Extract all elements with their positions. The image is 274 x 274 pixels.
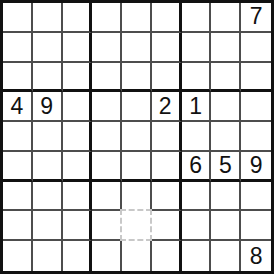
cell-r3c7[interactable]: [182, 63, 212, 93]
cell-r2c7[interactable]: [182, 33, 212, 63]
cell-r4c5[interactable]: [122, 92, 152, 122]
cell-r2c8[interactable]: [211, 33, 241, 63]
cell-r7c5[interactable]: [122, 182, 152, 212]
cell-r3c6[interactable]: [152, 63, 182, 93]
cell-r4c1[interactable]: 4: [3, 92, 33, 122]
cell-r7c8[interactable]: [211, 182, 241, 212]
cell-r8c4[interactable]: [92, 211, 122, 241]
cell-r4c4[interactable]: [92, 92, 122, 122]
cell-r5c7[interactable]: [182, 122, 212, 152]
cell-r5c4[interactable]: [92, 122, 122, 152]
cell-r6c1[interactable]: [3, 152, 33, 182]
cell-r1c2[interactable]: [33, 3, 63, 33]
cell-r5c9[interactable]: [241, 122, 271, 152]
cell-r2c3[interactable]: [63, 33, 93, 63]
cell-r9c6[interactable]: [152, 241, 182, 271]
cell-r8c6[interactable]: [152, 211, 182, 241]
cell-r4c6[interactable]: 2: [152, 92, 182, 122]
cell-r1c4[interactable]: [92, 3, 122, 33]
cell-r8c9[interactable]: [241, 211, 271, 241]
cell-r7c9[interactable]: [241, 182, 271, 212]
cell-r8c3[interactable]: [63, 211, 93, 241]
cell-r7c2[interactable]: [33, 182, 63, 212]
cell-r3c8[interactable]: [211, 63, 241, 93]
cell-r2c9[interactable]: [241, 33, 271, 63]
cell-r8c8[interactable]: [211, 211, 241, 241]
cell-r1c3[interactable]: [63, 3, 93, 33]
cell-r4c2[interactable]: 9: [33, 92, 63, 122]
cell-r1c7[interactable]: [182, 3, 212, 33]
cell-r9c5[interactable]: [122, 241, 152, 271]
cell-r5c5[interactable]: [122, 122, 152, 152]
cell-r4c7[interactable]: 1: [182, 92, 212, 122]
cell-r2c4[interactable]: [92, 33, 122, 63]
cell-r9c9[interactable]: 8: [241, 241, 271, 271]
cell-r5c2[interactable]: [33, 122, 63, 152]
cell-r2c2[interactable]: [33, 33, 63, 63]
cell-r7c1[interactable]: [3, 182, 33, 212]
cell-r9c7[interactable]: [182, 241, 212, 271]
cell-r5c8[interactable]: [211, 122, 241, 152]
cell-r5c6[interactable]: [152, 122, 182, 152]
cell-r5c1[interactable]: [3, 122, 33, 152]
cell-r8c2[interactable]: [33, 211, 63, 241]
cell-r3c9[interactable]: [241, 63, 271, 93]
cell-r9c1[interactable]: [3, 241, 33, 271]
sudoku-board: 749216598: [0, 0, 274, 274]
cell-r1c8[interactable]: [211, 3, 241, 33]
cell-r9c8[interactable]: [211, 241, 241, 271]
cell-r1c5[interactable]: [122, 3, 152, 33]
cell-r2c5[interactable]: [122, 33, 152, 63]
cell-r4c3[interactable]: [63, 92, 93, 122]
cell-r6c3[interactable]: [63, 152, 93, 182]
cell-r9c3[interactable]: [63, 241, 93, 271]
cell-r9c4[interactable]: [92, 241, 122, 271]
cell-r6c7[interactable]: 6: [182, 152, 212, 182]
cell-r6c4[interactable]: [92, 152, 122, 182]
cell-r4c8[interactable]: [211, 92, 241, 122]
cell-r3c1[interactable]: [3, 63, 33, 93]
cell-r6c6[interactable]: [152, 152, 182, 182]
cell-r4c9[interactable]: [241, 92, 271, 122]
cell-r2c1[interactable]: [3, 33, 33, 63]
cell-r8c1[interactable]: [3, 211, 33, 241]
cell-r8c5[interactable]: [122, 211, 152, 241]
cell-r2c6[interactable]: [152, 33, 182, 63]
cell-r6c2[interactable]: [33, 152, 63, 182]
cell-r3c4[interactable]: [92, 63, 122, 93]
cell-r7c7[interactable]: [182, 182, 212, 212]
cell-r9c2[interactable]: [33, 241, 63, 271]
cell-r3c5[interactable]: [122, 63, 152, 93]
cell-r6c8[interactable]: 5: [211, 152, 241, 182]
cell-r1c1[interactable]: [3, 3, 33, 33]
cell-r6c9[interactable]: 9: [241, 152, 271, 182]
cell-r7c3[interactable]: [63, 182, 93, 212]
cell-r1c9[interactable]: 7: [241, 3, 271, 33]
cell-r1c6[interactable]: [152, 3, 182, 33]
cell-r7c6[interactable]: [152, 182, 182, 212]
cell-r7c4[interactable]: [92, 182, 122, 212]
cell-r5c3[interactable]: [63, 122, 93, 152]
cell-r3c3[interactable]: [63, 63, 93, 93]
cell-r8c7[interactable]: [182, 211, 212, 241]
cell-r6c5[interactable]: [122, 152, 152, 182]
cell-r3c2[interactable]: [33, 63, 63, 93]
